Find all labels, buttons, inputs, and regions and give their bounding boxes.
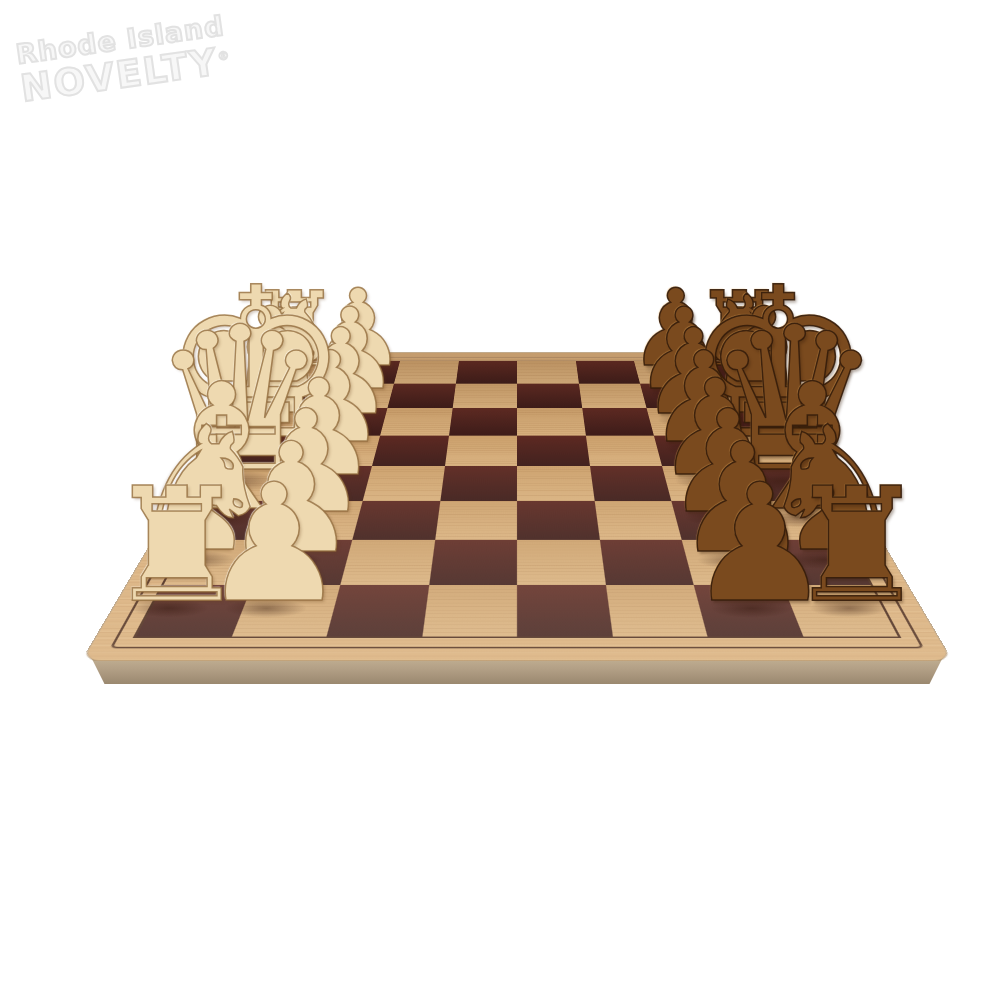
square-a4[interactable]: [422, 585, 517, 637]
square-e5[interactable]: [517, 435, 590, 466]
square-f5[interactable]: [517, 408, 585, 435]
product-photo-scene: Rhode Island NOVELTY® ♜♞♝♛♚♝♞♜♟♟♟♟♟♟♟♟♟♟…: [0, 0, 1000, 1000]
watermark-logo: Rhode Island NOVELTY®: [14, 12, 234, 108]
square-b5[interactable]: [517, 540, 605, 585]
square-g5[interactable]: [517, 383, 582, 408]
square-e4[interactable]: [445, 435, 518, 466]
square-d5[interactable]: [517, 466, 594, 501]
square-d4[interactable]: [440, 466, 517, 501]
registered-trademark-symbol: ®: [216, 47, 232, 63]
square-c5[interactable]: [517, 501, 599, 540]
square-a5[interactable]: [517, 585, 612, 637]
square-g4[interactable]: [452, 383, 517, 408]
white-rook-a1[interactable]: ♜: [106, 466, 247, 624]
black-pawn-a7[interactable]: ♟: [687, 461, 833, 624]
square-b4[interactable]: [429, 540, 517, 585]
square-h4[interactable]: [456, 361, 517, 383]
square-h5[interactable]: [517, 361, 578, 383]
square-c4[interactable]: [435, 501, 517, 540]
square-f4[interactable]: [449, 408, 517, 435]
